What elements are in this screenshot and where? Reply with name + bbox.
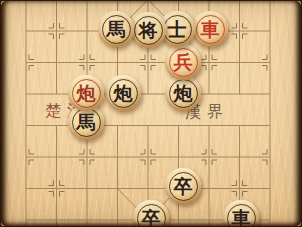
piece-glyph: 車 (223, 200, 259, 227)
piece-black-cannon-1[interactable]: 炮 (105, 75, 141, 111)
piece-glyph: 卒 (165, 168, 201, 204)
piece-black-chariot[interactable]: 車 (223, 200, 259, 227)
piece-glyph: 車 (192, 11, 228, 47)
piece-glyph: 卒 (133, 200, 169, 227)
piece-red-cannon[interactable]: 炮 (68, 75, 104, 111)
piece-black-horse[interactable]: 馬 (98, 11, 134, 47)
piece-black-general[interactable]: 将 (130, 12, 166, 48)
piece-black-soldier-1[interactable]: 卒 (165, 168, 201, 204)
piece-glyph: 兵 (165, 44, 201, 80)
piece-glyph: 炮 (165, 75, 201, 111)
piece-black-cannon-2[interactable]: 炮 (165, 75, 201, 111)
piece-red-soldier[interactable]: 兵 (165, 44, 201, 80)
piece-black-soldier-2[interactable]: 卒 (133, 200, 169, 227)
piece-red-chariot[interactable]: 車 (192, 11, 228, 47)
piece-glyph: 馬 (98, 11, 134, 47)
piece-glyph: 炮 (105, 75, 141, 111)
piece-glyph: 炮 (68, 75, 104, 111)
piece-glyph: 将 (130, 12, 166, 48)
xiangqi-board: 楚河 漢界 車卒卒馬炮炮炮兵車士将馬 (0, 0, 302, 227)
pieces-layer: 車卒卒馬炮炮炮兵車士将馬 (1, 1, 301, 226)
